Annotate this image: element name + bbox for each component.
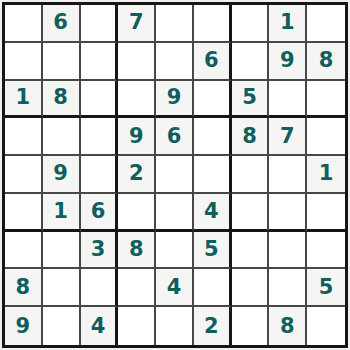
page: { "game": "sudoku", "grid_size": "9x9", … (0, 0, 350, 350)
sudoku-cell-r4c6[interactable] (194, 118, 232, 156)
sudoku-cell-r5c2: 9 (43, 156, 81, 194)
sudoku-cell-r8c3[interactable] (81, 269, 119, 307)
sudoku-cell-r7c6: 5 (194, 232, 232, 270)
sudoku-cell-r6c1[interactable] (5, 194, 43, 232)
sudoku-cell-r6c6: 4 (194, 194, 232, 232)
sudoku-cell-r9c2[interactable] (43, 307, 81, 345)
sudoku-cell-r6c2: 1 (43, 194, 81, 232)
sudoku-cell-r2c2[interactable] (43, 43, 81, 81)
sudoku-cell-r4c2[interactable] (43, 118, 81, 156)
sudoku-cell-r6c3: 6 (81, 194, 119, 232)
sudoku-cell-r5c4: 2 (118, 156, 156, 194)
sudoku-cell-r8c4[interactable] (118, 269, 156, 307)
sudoku-cell-r2c9: 8 (307, 43, 345, 81)
sudoku-cell-r1c5[interactable] (156, 5, 194, 43)
sudoku-cell-r9c4[interactable] (118, 307, 156, 345)
sudoku-cell-r1c2: 6 (43, 5, 81, 43)
sudoku-cell-r9c3: 4 (81, 307, 119, 345)
sudoku-cell-r5c1[interactable] (5, 156, 43, 194)
sudoku-cell-r3c9[interactable] (307, 81, 345, 119)
sudoku-cell-r1c7[interactable] (232, 5, 270, 43)
sudoku-cell-r2c7[interactable] (232, 43, 270, 81)
sudoku-cell-r3c8[interactable] (269, 81, 307, 119)
sudoku-cell-r4c1[interactable] (5, 118, 43, 156)
sudoku-cell-r1c3[interactable] (81, 5, 119, 43)
sudoku-cell-r7c9[interactable] (307, 232, 345, 270)
sudoku-cell-r3c5: 9 (156, 81, 194, 119)
sudoku-cell-r2c3[interactable] (81, 43, 119, 81)
sudoku-cell-r1c1[interactable] (5, 5, 43, 43)
sudoku-cell-r2c4[interactable] (118, 43, 156, 81)
sudoku-cell-r5c5[interactable] (156, 156, 194, 194)
sudoku-cell-r3c7: 5 (232, 81, 270, 119)
sudoku-cell-r4c9[interactable] (307, 118, 345, 156)
sudoku-cell-r4c7: 8 (232, 118, 270, 156)
sudoku-cell-r8c2[interactable] (43, 269, 81, 307)
sudoku-cell-r9c8: 8 (269, 307, 307, 345)
sudoku-cell-r8c7[interactable] (232, 269, 270, 307)
sudoku-cell-r4c4: 9 (118, 118, 156, 156)
sudoku-cell-r1c4: 7 (118, 5, 156, 43)
sudoku-cell-r7c2[interactable] (43, 232, 81, 270)
sudoku-cell-r7c1[interactable] (5, 232, 43, 270)
sudoku-cell-r4c5: 6 (156, 118, 194, 156)
sudoku-cell-r2c6: 6 (194, 43, 232, 81)
sudoku-cell-r9c1: 9 (5, 307, 43, 345)
sudoku-cell-r3c4[interactable] (118, 81, 156, 119)
sudoku-cell-r7c8[interactable] (269, 232, 307, 270)
sudoku-cell-r5c7[interactable] (232, 156, 270, 194)
sudoku-cell-r3c2: 8 (43, 81, 81, 119)
sudoku-cell-r7c5[interactable] (156, 232, 194, 270)
sudoku-cell-r1c6[interactable] (194, 5, 232, 43)
sudoku-cell-r3c3[interactable] (81, 81, 119, 119)
sudoku-cell-r9c7[interactable] (232, 307, 270, 345)
sudoku-grid: 671698189596879211643858459428 (5, 5, 345, 345)
sudoku-cell-r7c4: 8 (118, 232, 156, 270)
sudoku-cell-r2c1[interactable] (5, 43, 43, 81)
sudoku-cell-r3c6[interactable] (194, 81, 232, 119)
sudoku-cell-r7c3: 3 (81, 232, 119, 270)
sudoku-cell-r4c3[interactable] (81, 118, 119, 156)
sudoku-cell-r6c9[interactable] (307, 194, 345, 232)
sudoku-cell-r3c1: 1 (5, 81, 43, 119)
sudoku-cell-r5c9: 1 (307, 156, 345, 194)
sudoku-cell-r6c8[interactable] (269, 194, 307, 232)
sudoku-cell-r5c6[interactable] (194, 156, 232, 194)
sudoku-cell-r4c8: 7 (269, 118, 307, 156)
sudoku-cell-r8c5: 4 (156, 269, 194, 307)
sudoku-cell-r8c8[interactable] (269, 269, 307, 307)
sudoku-cell-r9c5[interactable] (156, 307, 194, 345)
sudoku-cell-r6c5[interactable] (156, 194, 194, 232)
sudoku-cell-r2c5[interactable] (156, 43, 194, 81)
sudoku-cell-r9c6: 2 (194, 307, 232, 345)
sudoku-cell-r8c1: 8 (5, 269, 43, 307)
sudoku-cell-r6c7[interactable] (232, 194, 270, 232)
sudoku-board: 671698189596879211643858459428 (2, 2, 348, 348)
sudoku-cell-r1c9[interactable] (307, 5, 345, 43)
sudoku-cell-r2c8: 9 (269, 43, 307, 81)
sudoku-cell-r8c6[interactable] (194, 269, 232, 307)
sudoku-cell-r5c8[interactable] (269, 156, 307, 194)
sudoku-cell-r5c3[interactable] (81, 156, 119, 194)
sudoku-cell-r7c7[interactable] (232, 232, 270, 270)
sudoku-cell-r9c9[interactable] (307, 307, 345, 345)
sudoku-cell-r6c4[interactable] (118, 194, 156, 232)
sudoku-cell-r1c8: 1 (269, 5, 307, 43)
sudoku-cell-r8c9: 5 (307, 269, 345, 307)
